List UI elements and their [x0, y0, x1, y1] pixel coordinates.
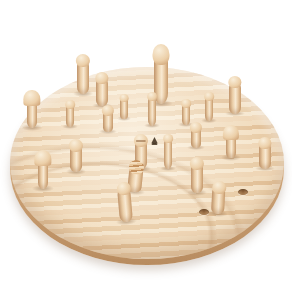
peg-p21[interactable]: [190, 157, 205, 193]
peg-head: [23, 90, 40, 106]
peg-head: [181, 99, 191, 108]
peg-p13[interactable]: [224, 125, 239, 158]
peg-head: [76, 54, 90, 67]
peg-p15[interactable]: [35, 150, 51, 189]
board-hole[interactable]: [238, 189, 248, 195]
peg-head: [65, 100, 75, 109]
peg-p12[interactable]: [190, 122, 203, 148]
peg-p16[interactable]: [69, 139, 84, 172]
peg-p11[interactable]: [203, 92, 215, 121]
peg-body: [164, 139, 172, 169]
peg-p1[interactable]: [76, 54, 91, 94]
peg-head: [153, 44, 170, 65]
brand-stamp-icon: [149, 136, 160, 147]
peg-p20[interactable]: [115, 181, 133, 222]
peg-p22[interactable]: [210, 181, 227, 215]
peg-body: [148, 97, 156, 126]
peg-p7[interactable]: [102, 105, 115, 132]
peg-head: [211, 181, 226, 195]
peg-head: [69, 139, 83, 152]
peg-head: [190, 157, 204, 170]
peg-p14[interactable]: [258, 137, 272, 169]
peg-p9[interactable]: [146, 92, 158, 126]
peg-p6[interactable]: [64, 100, 76, 127]
peg-head: [223, 125, 239, 140]
peg-p2[interactable]: [95, 72, 109, 106]
peg-p5[interactable]: [24, 90, 40, 128]
peg-head: [134, 134, 148, 147]
peg-head: [204, 92, 214, 101]
product-photo-stage: [0, 0, 292, 292]
peg-p4[interactable]: [228, 76, 242, 114]
peg-head: [147, 92, 157, 101]
peg-p18[interactable]: [162, 134, 174, 169]
peg-head: [120, 94, 129, 102]
peg-head: [163, 134, 173, 143]
peg-head: [34, 150, 51, 166]
peg-p8[interactable]: [119, 94, 130, 119]
